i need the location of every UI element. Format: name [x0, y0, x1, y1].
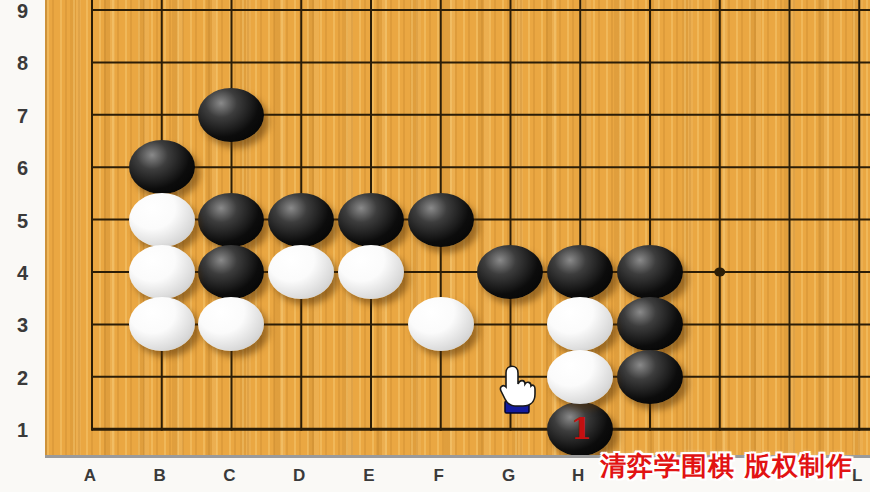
star-point-J4 — [714, 268, 725, 277]
column-label-B: B — [154, 466, 166, 486]
row-label-1: 1 — [0, 419, 45, 442]
grid-lines — [47, 0, 870, 458]
column-label-H: H — [572, 466, 584, 486]
row-label-8: 8 — [0, 52, 45, 75]
row-label-9: 9 — [0, 0, 45, 23]
row-label-4: 4 — [0, 262, 45, 285]
go-board[interactable]: 1 — [45, 0, 870, 458]
column-label-E: E — [363, 466, 374, 486]
column-label-D: D — [293, 466, 305, 486]
hand-cursor — [496, 360, 536, 416]
column-label-G: G — [502, 466, 515, 486]
column-label-C: C — [223, 466, 235, 486]
app-screen: 1 987654321 ABCDEFGHL 清弈学围棋 版权制作 — [0, 0, 870, 492]
row-label-6: 6 — [0, 157, 45, 180]
row-label-2: 2 — [0, 367, 45, 390]
column-label-L: L — [852, 466, 862, 486]
column-label-F: F — [434, 466, 444, 486]
row-label-5: 5 — [0, 210, 45, 233]
row-label-7: 7 — [0, 105, 45, 128]
column-label-A: A — [84, 466, 96, 486]
app-watermark: 清弈学围棋 版权制作 — [600, 449, 853, 484]
row-label-3: 3 — [0, 314, 45, 337]
cursor-hand-shape — [500, 366, 535, 406]
